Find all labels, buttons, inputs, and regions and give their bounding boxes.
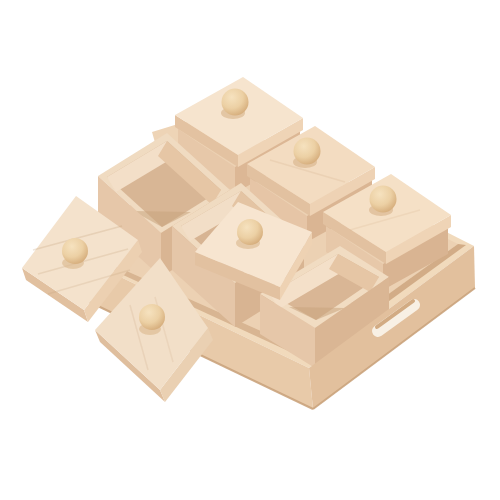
- loose-lid-left-knob: [62, 238, 88, 264]
- shape-layer: [22, 77, 475, 409]
- loose-lid-front-knob: [139, 304, 165, 330]
- box-back-middle-knob: [294, 138, 321, 165]
- wooden-memory-box-product-photo: [0, 0, 500, 500]
- box-back-left-knob: [222, 89, 249, 116]
- scene-svg: [0, 0, 500, 500]
- box-back-right-knob: [370, 186, 397, 213]
- lid-ajar-knob: [237, 219, 263, 245]
